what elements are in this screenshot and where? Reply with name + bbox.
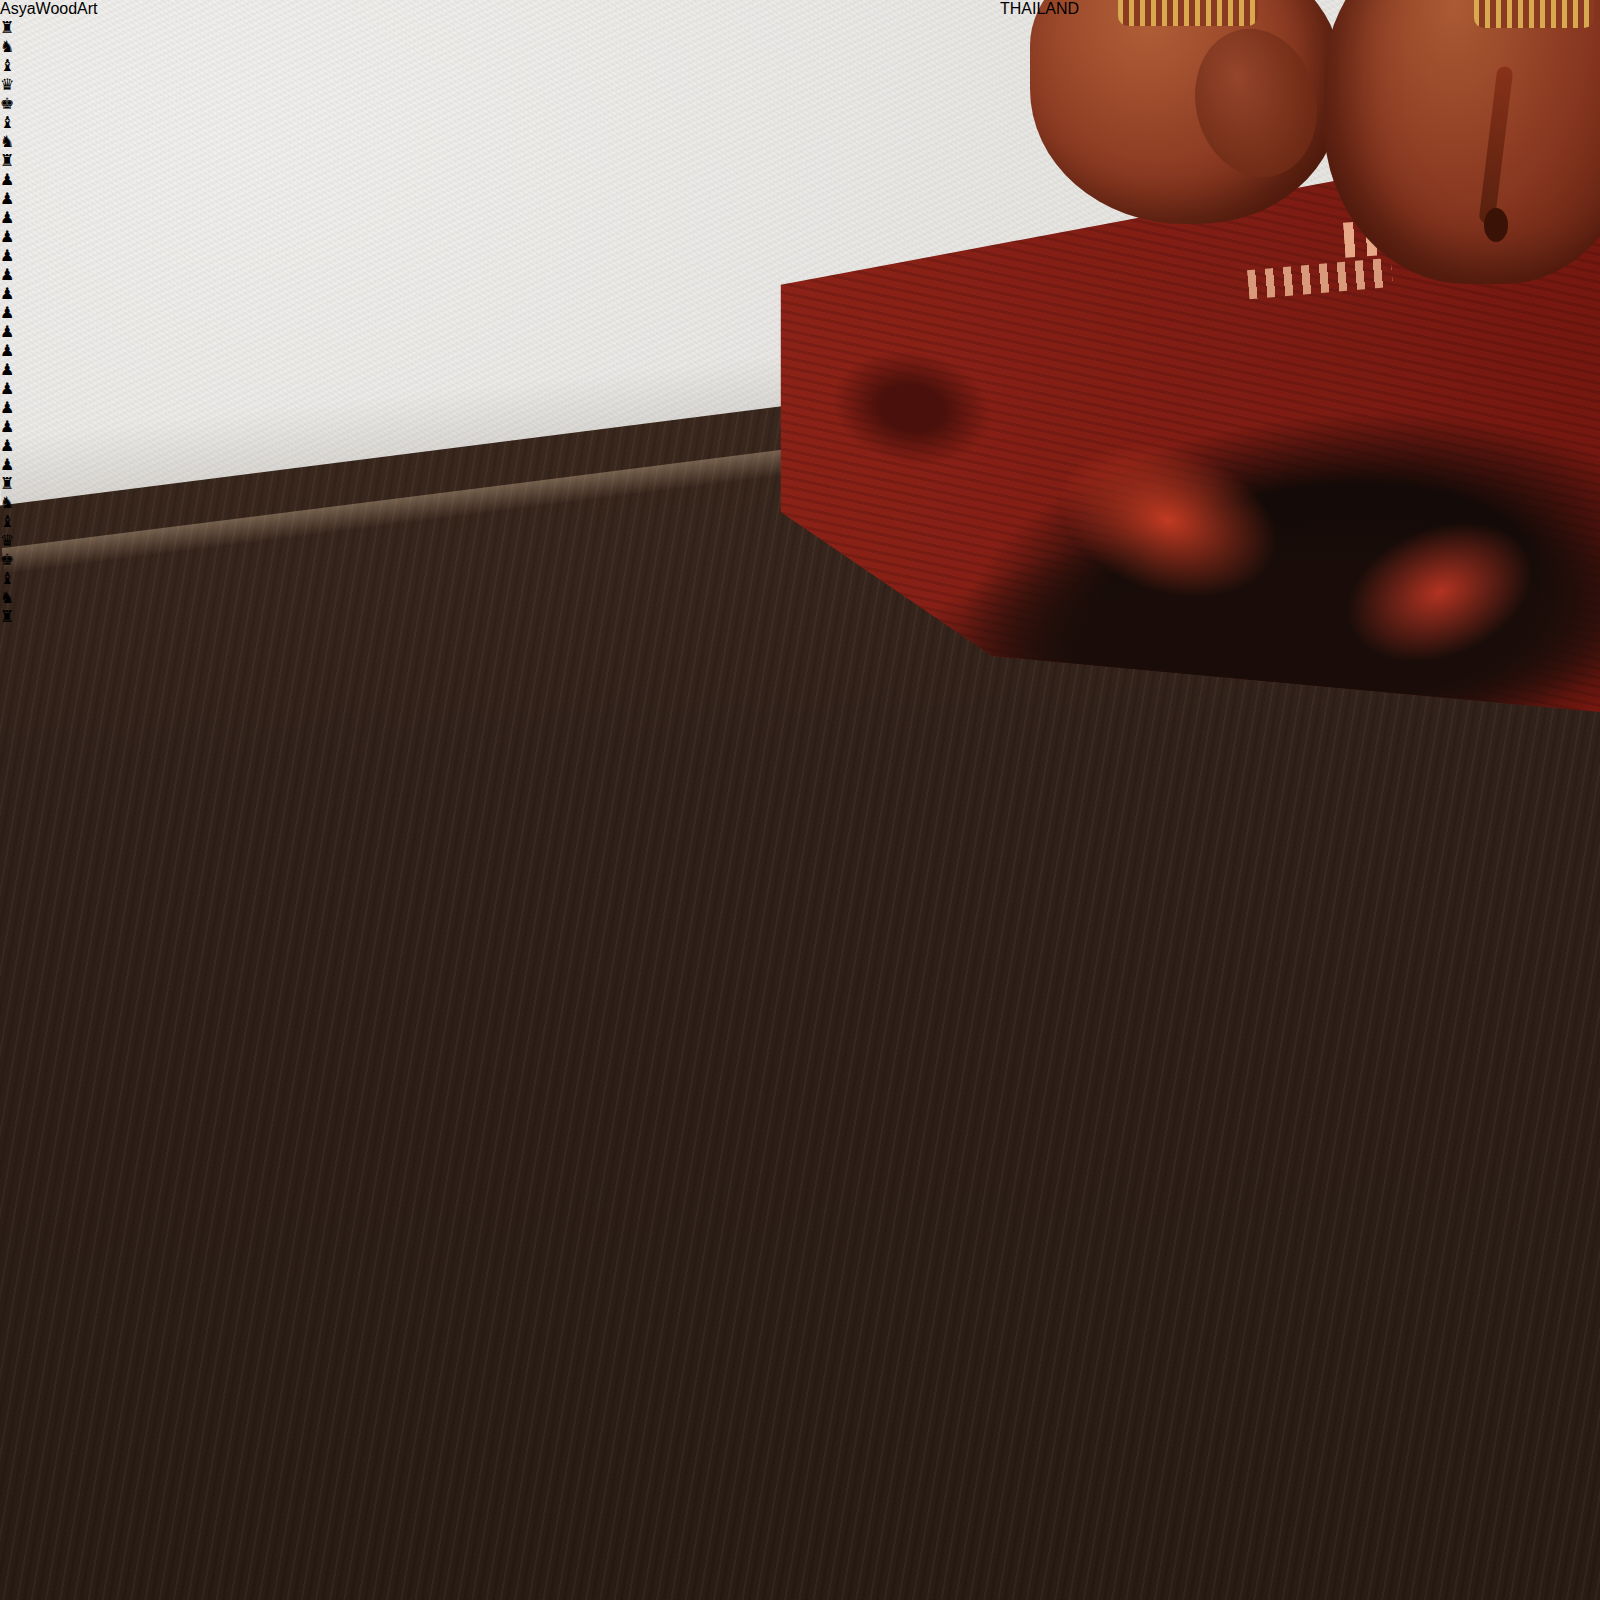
piece-white-rook-a1[interactable]: ♜ bbox=[0, 475, 14, 492]
piece-white-pawn-d2[interactable]: ♟ bbox=[0, 380, 14, 397]
square-g7[interactable]: ♟ bbox=[0, 284, 98, 303]
square-g8[interactable]: ♞ bbox=[0, 132, 98, 151]
square-d1[interactable]: ♛ bbox=[0, 531, 98, 550]
square-e2[interactable]: ♟ bbox=[0, 398, 98, 417]
piece-black-knight-b8[interactable]: ♞ bbox=[0, 38, 14, 55]
square-c8[interactable]: ♝ bbox=[0, 56, 98, 75]
piece-white-pawn-g2[interactable]: ♟ bbox=[0, 437, 14, 454]
piece-white-rook-h1[interactable]: ♜ bbox=[0, 608, 14, 625]
board-squares-grid: ♜♞♝♛♚♝♞♜♟♟♟♟♟♟♟♟♟♟♟♟♟♟♟♟♜♞♝♛♚♝♞♜ bbox=[0, 18, 98, 626]
square-b7[interactable]: ♟ bbox=[0, 189, 98, 208]
square-f2[interactable]: ♟ bbox=[0, 417, 98, 436]
elephant-tail-tuft bbox=[1484, 208, 1508, 242]
piece-white-pawn-f2[interactable]: ♟ bbox=[0, 418, 14, 435]
piece-white-pawn-e2[interactable]: ♟ bbox=[0, 399, 14, 416]
square-d7[interactable]: ♟ bbox=[0, 227, 98, 246]
statue-carved-text: THAILAND bbox=[1000, 0, 1079, 17]
board-pinstripe-border: ♜♞♝♛♚♝♞♜♟♟♟♟♟♟♟♟♟♟♟♟♟♟♟♟♜♞♝♛♚♝♞♜ bbox=[0, 18, 98, 626]
piece-black-pawn-b7[interactable]: ♟ bbox=[0, 190, 14, 207]
piece-white-pawn-b2[interactable]: ♟ bbox=[0, 342, 14, 359]
board-watermark: AsyaWoodArt bbox=[0, 0, 98, 17]
square-g2[interactable]: ♟ bbox=[0, 436, 98, 455]
statue-base: THAILAND bbox=[1000, 0, 1079, 18]
piece-white-knight-g1[interactable]: ♞ bbox=[0, 589, 14, 606]
square-e7[interactable]: ♟ bbox=[0, 246, 98, 265]
square-a1[interactable]: ♜ bbox=[0, 474, 98, 493]
elephant-gold-tassel bbox=[1118, 0, 1258, 26]
rug-dark-motif bbox=[823, 339, 1000, 477]
square-h8[interactable]: ♜ bbox=[0, 151, 98, 170]
piece-black-bishop-f8[interactable]: ♝ bbox=[0, 114, 14, 131]
square-c1[interactable]: ♝ bbox=[0, 512, 98, 531]
square-f7[interactable]: ♟ bbox=[0, 265, 98, 284]
piece-white-queen-d1[interactable]: ♛ bbox=[0, 532, 14, 549]
piece-black-bishop-c8[interactable]: ♝ bbox=[0, 57, 14, 74]
board-inner-maple-line: ♜♞♝♛♚♝♞♜♟♟♟♟♟♟♟♟♟♟♟♟♟♟♟♟♜♞♝♛♚♝♞♜ bbox=[0, 18, 98, 626]
piece-black-rook-a8[interactable]: ♜ bbox=[0, 19, 14, 36]
piece-black-queen-d8[interactable]: ♛ bbox=[0, 76, 14, 93]
square-c7[interactable]: ♟ bbox=[0, 208, 98, 227]
piece-black-pawn-a7[interactable]: ♟ bbox=[0, 171, 14, 188]
square-f1[interactable]: ♝ bbox=[0, 569, 98, 588]
square-b1[interactable]: ♞ bbox=[0, 493, 98, 512]
square-g1[interactable]: ♞ bbox=[0, 588, 98, 607]
piece-white-bishop-f1[interactable]: ♝ bbox=[0, 570, 14, 587]
board-top-surface: AsyaWoodArt ♜♞♝♛♚♝♞♜♟♟♟♟♟♟♟♟♟♟♟♟♟♟♟♟♜♞♝♛… bbox=[0, 0, 98, 626]
square-h1[interactable]: ♜ bbox=[0, 607, 98, 626]
piece-white-knight-b1[interactable]: ♞ bbox=[0, 494, 14, 511]
piece-black-pawn-c7[interactable]: ♟ bbox=[0, 209, 14, 226]
elephant-statue: THAILAND bbox=[1000, 0, 1600, 460]
elephant-gold-tassel bbox=[1474, 0, 1594, 28]
square-e8[interactable]: ♚ bbox=[0, 94, 98, 113]
square-b2[interactable]: ♟ bbox=[0, 341, 98, 360]
piece-black-pawn-f7[interactable]: ♟ bbox=[0, 266, 14, 283]
square-c2[interactable]: ♟ bbox=[0, 360, 98, 379]
board-maple-border: ♜♞♝♛♚♝♞♜♟♟♟♟♟♟♟♟♟♟♟♟♟♟♟♟♜♞♝♛♚♝♞♜ bbox=[0, 18, 98, 626]
piece-white-king-e1[interactable]: ♚ bbox=[0, 551, 14, 568]
square-d8[interactable]: ♛ bbox=[0, 75, 98, 94]
piece-white-bishop-c1[interactable]: ♝ bbox=[0, 513, 14, 530]
square-a2[interactable]: ♟ bbox=[0, 322, 98, 341]
elephant-right-body bbox=[1324, 0, 1600, 284]
square-a7[interactable]: ♟ bbox=[0, 170, 98, 189]
piece-black-knight-g8[interactable]: ♞ bbox=[0, 133, 14, 150]
piece-black-pawn-g7[interactable]: ♟ bbox=[0, 285, 14, 302]
square-h7[interactable]: ♟ bbox=[0, 303, 98, 322]
piece-black-pawn-d7[interactable]: ♟ bbox=[0, 228, 14, 245]
piece-white-pawn-a2[interactable]: ♟ bbox=[0, 323, 14, 340]
piece-black-rook-h8[interactable]: ♜ bbox=[0, 152, 14, 169]
square-f8[interactable]: ♝ bbox=[0, 113, 98, 132]
square-e1[interactable]: ♚ bbox=[0, 550, 98, 569]
piece-black-pawn-h7[interactable]: ♟ bbox=[0, 304, 14, 321]
square-d2[interactable]: ♟ bbox=[0, 379, 98, 398]
square-a8[interactable]: ♜ bbox=[0, 18, 98, 37]
piece-black-pawn-e7[interactable]: ♟ bbox=[0, 247, 14, 264]
square-b8[interactable]: ♞ bbox=[0, 37, 98, 56]
piece-black-king-e8[interactable]: ♚ bbox=[0, 95, 14, 112]
piece-white-pawn-c2[interactable]: ♟ bbox=[0, 361, 14, 378]
square-h2[interactable]: ♟ bbox=[0, 455, 98, 474]
piece-white-pawn-h2[interactable]: ♟ bbox=[0, 456, 14, 473]
